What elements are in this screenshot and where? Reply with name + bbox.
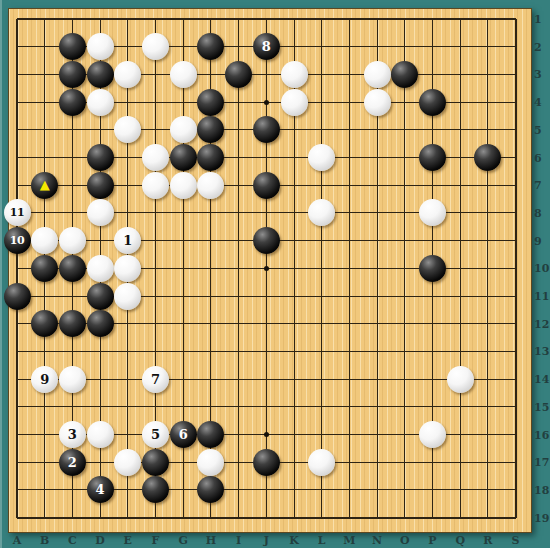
column-label-F: F: [147, 534, 165, 547]
stone-white-E17[interactable]: [114, 449, 141, 476]
move-number-8: 8: [262, 40, 271, 53]
column-label-B: B: [36, 534, 54, 547]
stone-black-A11[interactable]: [4, 283, 31, 310]
column-label-E: E: [119, 534, 137, 547]
row-label-16: 16: [534, 429, 550, 442]
move-number-4: 4: [96, 483, 105, 496]
column-label-L: L: [313, 534, 331, 547]
stone-white-G5[interactable]: [170, 116, 197, 143]
stone-white-N3[interactable]: [364, 61, 391, 88]
star-point: [264, 432, 269, 437]
column-label-O: O: [396, 534, 414, 547]
stone-black-J17[interactable]: [253, 449, 280, 476]
stone-black-O3[interactable]: [391, 61, 418, 88]
column-label-I: I: [230, 534, 248, 547]
stone-white-F7[interactable]: [142, 172, 169, 199]
stone-black-A9[interactable]: 10: [4, 227, 31, 254]
row-label-15: 15: [534, 401, 550, 414]
stone-white-E11[interactable]: [114, 283, 141, 310]
stone-white-D4[interactable]: [87, 89, 114, 116]
stone-black-C17[interactable]: 2: [59, 449, 86, 476]
grid-line-horizontal: [17, 406, 516, 407]
row-label-18: 18: [534, 484, 550, 497]
row-label-5: 5: [534, 124, 550, 137]
stone-white-L17[interactable]: [308, 449, 335, 476]
grid-line-vertical: [321, 19, 322, 518]
stone-black-P10[interactable]: [419, 255, 446, 282]
stone-white-D10[interactable]: [87, 255, 114, 282]
move-number-2: 2: [68, 456, 77, 469]
grid-line-vertical: [487, 19, 488, 518]
grid-line-vertical: [349, 19, 350, 518]
row-label-1: 1: [534, 13, 550, 26]
column-label-S: S: [507, 534, 525, 547]
row-label-19: 19: [534, 512, 550, 525]
stone-black-C12[interactable]: [59, 310, 86, 337]
stone-black-G16[interactable]: 6: [170, 421, 197, 448]
stone-white-C9[interactable]: [59, 227, 86, 254]
stone-white-A8[interactable]: 11: [4, 199, 31, 226]
grid-line-horizontal: [17, 379, 516, 380]
grid-line-vertical: [515, 19, 517, 518]
move-number-6: 6: [179, 428, 188, 441]
stone-white-C14[interactable]: [59, 366, 86, 393]
stone-white-P16[interactable]: [419, 421, 446, 448]
column-label-H: H: [202, 534, 220, 547]
triangle-marker: ▲: [40, 178, 50, 191]
stone-white-H17[interactable]: [197, 449, 224, 476]
stone-black-H4[interactable]: [197, 89, 224, 116]
go-game-screenshot: 8▲111019735624ABCDEFGHIJKLMNOPQRS1234567…: [0, 0, 550, 548]
row-label-11: 11: [534, 290, 550, 303]
column-label-D: D: [91, 534, 109, 547]
stone-white-Q14[interactable]: [447, 366, 474, 393]
stone-black-D18[interactable]: 4: [87, 476, 114, 503]
stone-white-F16[interactable]: 5: [142, 421, 169, 448]
column-label-G: G: [174, 534, 192, 547]
stone-white-D16[interactable]: [87, 421, 114, 448]
stone-white-E10[interactable]: [114, 255, 141, 282]
column-label-K: K: [285, 534, 303, 547]
stone-white-N4[interactable]: [364, 89, 391, 116]
column-label-J: J: [257, 534, 275, 547]
stone-black-J9[interactable]: [253, 227, 280, 254]
stone-white-B14[interactable]: 9: [31, 366, 58, 393]
row-label-3: 3: [534, 68, 550, 81]
column-label-M: M: [340, 534, 358, 547]
move-number-1: 1: [123, 234, 132, 247]
stone-white-D2[interactable]: [87, 33, 114, 60]
row-label-4: 4: [534, 96, 550, 109]
stone-black-B7[interactable]: ▲: [31, 172, 58, 199]
column-label-C: C: [63, 534, 81, 547]
stone-black-D12[interactable]: [87, 310, 114, 337]
stone-white-L6[interactable]: [308, 144, 335, 171]
stone-white-D8[interactable]: [87, 199, 114, 226]
row-label-2: 2: [534, 41, 550, 54]
grid-line-vertical: [460, 19, 461, 518]
stone-black-C3[interactable]: [59, 61, 86, 88]
stone-black-I3[interactable]: [225, 61, 252, 88]
stone-black-C10[interactable]: [59, 255, 86, 282]
row-label-7: 7: [534, 179, 550, 192]
stone-black-G6[interactable]: [170, 144, 197, 171]
row-label-12: 12: [534, 318, 550, 331]
stone-black-C4[interactable]: [59, 89, 86, 116]
move-number-11: 11: [10, 207, 24, 218]
move-number-9: 9: [40, 373, 49, 386]
stone-black-P4[interactable]: [419, 89, 446, 116]
column-label-P: P: [424, 534, 442, 547]
stone-white-F14[interactable]: 7: [142, 366, 169, 393]
stone-black-J5[interactable]: [253, 116, 280, 143]
stone-black-D7[interactable]: [87, 172, 114, 199]
move-number-3: 3: [68, 428, 77, 441]
row-label-6: 6: [534, 152, 550, 165]
stone-black-F17[interactable]: [142, 449, 169, 476]
grid-line-horizontal: [17, 351, 516, 352]
column-label-A: A: [8, 534, 26, 547]
column-label-R: R: [479, 534, 497, 547]
stone-black-D6[interactable]: [87, 144, 114, 171]
stone-white-F2[interactable]: [142, 33, 169, 60]
row-label-10: 10: [534, 262, 550, 275]
stone-black-B10[interactable]: [31, 255, 58, 282]
row-label-9: 9: [534, 235, 550, 248]
stone-white-K3[interactable]: [281, 61, 308, 88]
row-label-13: 13: [534, 345, 550, 358]
move-number-7: 7: [151, 373, 160, 386]
stone-white-G7[interactable]: [170, 172, 197, 199]
column-label-N: N: [368, 534, 386, 547]
move-number-10: 10: [10, 235, 24, 246]
stone-white-E3[interactable]: [114, 61, 141, 88]
star-point: [264, 266, 269, 271]
grid-line-horizontal: [17, 517, 516, 519]
stone-white-F6[interactable]: [142, 144, 169, 171]
star-point: [264, 100, 269, 105]
grid-line-vertical: [404, 19, 405, 518]
stone-white-C16[interactable]: 3: [59, 421, 86, 448]
stone-black-J7[interactable]: [253, 172, 280, 199]
stone-black-C2[interactable]: [59, 33, 86, 60]
row-label-8: 8: [534, 207, 550, 220]
stone-black-P6[interactable]: [419, 144, 446, 171]
stone-white-G3[interactable]: [170, 61, 197, 88]
stone-black-D11[interactable]: [87, 283, 114, 310]
stone-black-J2[interactable]: 8: [253, 33, 280, 60]
row-label-17: 17: [534, 456, 550, 469]
row-label-14: 14: [534, 373, 550, 386]
move-number-5: 5: [151, 428, 160, 441]
column-label-Q: Q: [451, 534, 469, 547]
stone-white-H7[interactable]: [197, 172, 224, 199]
stone-white-K4[interactable]: [281, 89, 308, 116]
stone-black-D3[interactable]: [87, 61, 114, 88]
